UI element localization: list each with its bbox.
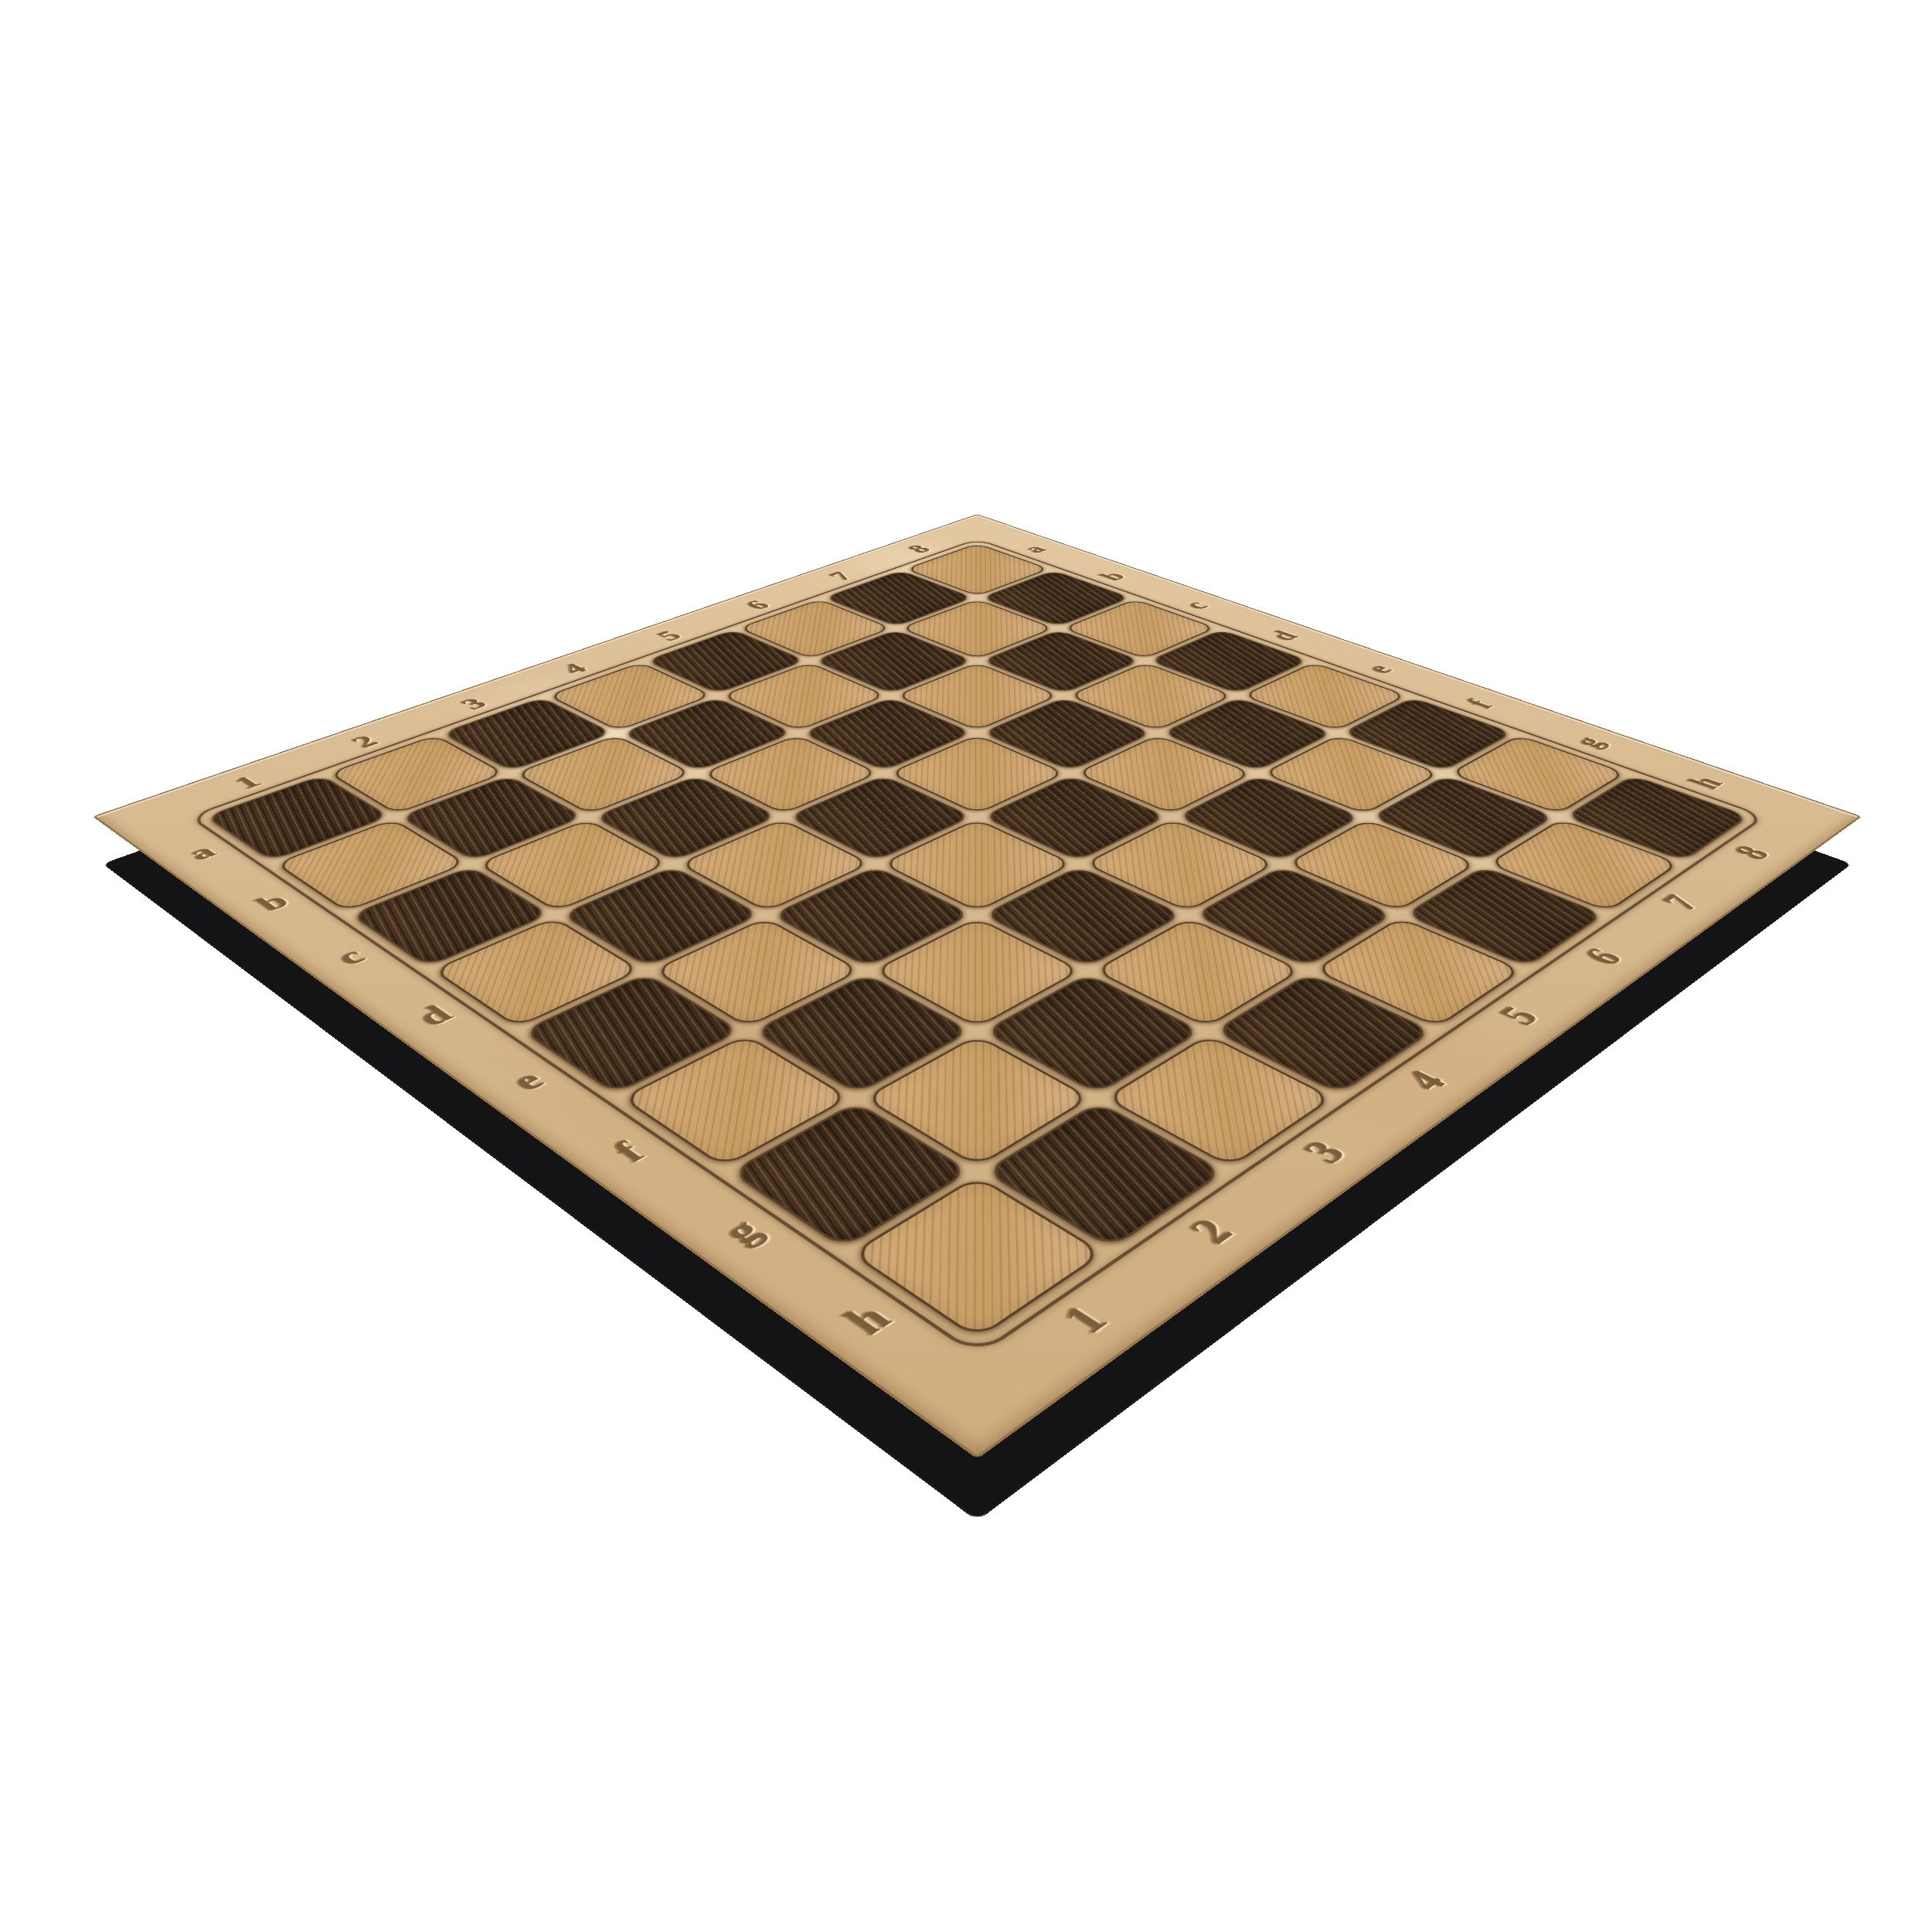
rank-label-right-2: 2 [1182, 1213, 1242, 1250]
file-label-top-d: d [1265, 628, 1304, 643]
file-label-bottom-h: h [837, 1298, 900, 1341]
product-photo-scene: aa88bb77cc66dd55ee44ff33gg22hh11 [0, 0, 1932, 1932]
file-label-top-g: g [1567, 733, 1611, 750]
file-label-top-b: b [1095, 570, 1131, 583]
file-label-bottom-d: d [411, 1002, 460, 1030]
squares-grid [205, 543, 1749, 1340]
file-label-bottom-c: c [330, 944, 372, 968]
page-background: { "game": "chess", "description": "Empty… [0, 0, 1932, 1932]
rank-label-right-3: 3 [1296, 1136, 1354, 1169]
rank-label-left-7: 7 [825, 570, 858, 583]
rank-label-right-1: 1 [1055, 1299, 1117, 1340]
rank-label-right-7: 7 [1656, 891, 1706, 914]
file-label-bottom-g: g [715, 1213, 771, 1250]
file-label-bottom-b: b [251, 891, 295, 915]
file-label-top-e: e [1360, 662, 1398, 676]
rank-label-left-1: 1 [230, 773, 267, 791]
file-label-bottom-f: f [607, 1138, 652, 1167]
file-label-top-f: f [1461, 697, 1499, 712]
file-label-bottom-a: a [182, 842, 222, 863]
rank-label-right-6: 6 [1578, 944, 1630, 969]
rank-label-right-5: 5 [1492, 1002, 1546, 1029]
rank-label-right-4: 4 [1399, 1066, 1454, 1096]
file-label-bottom-e: e [504, 1066, 551, 1095]
rank-label-left-6: 6 [741, 598, 775, 611]
rank-label-right-8: 8 [1728, 842, 1777, 863]
file-label-top-a: a [1019, 543, 1052, 555]
rank-label-left-4: 4 [558, 662, 593, 676]
rank-label-left-5: 5 [653, 629, 687, 643]
rank-label-left-8: 8 [903, 543, 936, 555]
chess-board: aa88bb77cc66dd55ee44ff33gg22hh11 [93, 514, 1862, 1459]
rank-label-left-3: 3 [456, 696, 492, 713]
rank-label-left-2: 2 [347, 733, 383, 750]
file-label-top-c: c [1179, 599, 1213, 611]
